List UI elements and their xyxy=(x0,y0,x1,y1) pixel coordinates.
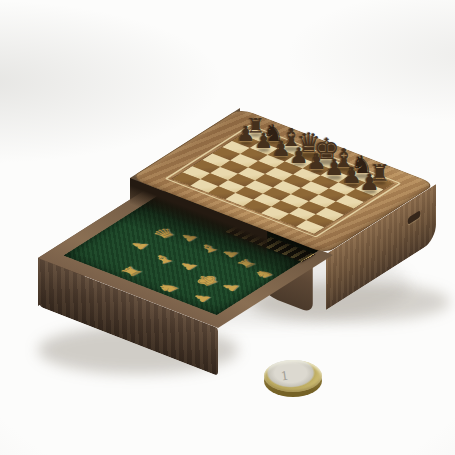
euro-coin: 1 xyxy=(264,359,322,397)
chess-piece-p: ♟ xyxy=(307,151,326,173)
chess-piece-p: ♟ xyxy=(254,131,273,152)
drawer-piece-r: ♜ xyxy=(117,264,145,278)
photo-scene: ♛♟♝♟♜♞♟♝♟♚♟♜♞♟ ♜♞♝♛♚♝♞♜♟♟♟♟♟♟♟♟ 1 xyxy=(0,0,455,455)
drawer-seam-notch xyxy=(408,210,421,225)
drawer-piece-p: ♟ xyxy=(175,260,200,273)
drawer-piece-n: ♞ xyxy=(153,280,183,295)
drawer-piece-p: ♟ xyxy=(218,281,243,293)
chess-piece-p: ♟ xyxy=(360,171,380,193)
coin-face: 1 xyxy=(264,360,322,392)
chess-piece-p: ♟ xyxy=(272,138,291,159)
drawer-piece-b: ♝ xyxy=(149,252,178,267)
drawer-piece-p: ♟ xyxy=(189,292,214,304)
drawer-piece-p: ♟ xyxy=(127,239,152,251)
chess-piece-p: ♟ xyxy=(289,144,308,165)
chess-piece-p: ♟ xyxy=(237,124,256,145)
coin-denomination: 1 xyxy=(280,369,290,384)
